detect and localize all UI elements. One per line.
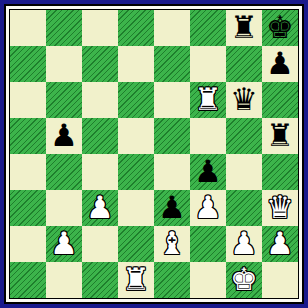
black-pawn[interactable]: ♟ [194,154,222,189]
square-h5[interactable]: ♜ [262,118,298,154]
square-h7[interactable]: ♟ [262,46,298,82]
square-c8[interactable] [82,10,118,46]
black-pawn[interactable]: ♟ [266,46,294,81]
square-g8[interactable]: ♜ [226,10,262,46]
square-a2[interactable] [10,226,46,262]
black-pawn[interactable]: ♟ [50,118,78,153]
square-f8[interactable] [190,10,226,46]
white-pawn[interactable]: ♟ [50,226,78,261]
white-pawn[interactable]: ♟ [230,226,258,261]
square-b4[interactable] [46,154,82,190]
square-d8[interactable] [118,10,154,46]
black-rook[interactable]: ♜ [266,118,294,153]
white-rook[interactable]: ♜ [122,262,150,297]
square-h8[interactable]: ♚ [262,10,298,46]
square-g5[interactable] [226,118,262,154]
square-b5[interactable]: ♟ [46,118,82,154]
square-h3[interactable]: ♛ [262,190,298,226]
square-c6[interactable] [82,82,118,118]
square-f6[interactable]: ♜ [190,82,226,118]
square-c7[interactable] [82,46,118,82]
square-c1[interactable] [82,262,118,298]
white-pawn[interactable]: ♟ [86,190,114,225]
square-d6[interactable] [118,82,154,118]
square-a7[interactable] [10,46,46,82]
square-g3[interactable] [226,190,262,226]
square-a3[interactable] [10,190,46,226]
square-d1[interactable]: ♜ [118,262,154,298]
square-e5[interactable] [154,118,190,154]
black-king[interactable]: ♚ [266,10,294,45]
square-g1[interactable]: ♚ [226,262,262,298]
square-e2[interactable]: ♝ [154,226,190,262]
square-h2[interactable]: ♟ [262,226,298,262]
square-g6[interactable]: ♛ [226,82,262,118]
square-c3[interactable]: ♟ [82,190,118,226]
square-g2[interactable]: ♟ [226,226,262,262]
black-queen[interactable]: ♛ [230,82,258,117]
square-a6[interactable] [10,82,46,118]
square-c5[interactable] [82,118,118,154]
square-f2[interactable] [190,226,226,262]
square-e1[interactable] [154,262,190,298]
chess-board: ♜♚♟♜♛♟♜♟♟♟♟♛♟♝♟♟♜♚ [10,10,298,298]
square-h1[interactable] [262,262,298,298]
square-a1[interactable] [10,262,46,298]
square-g7[interactable] [226,46,262,82]
white-pawn[interactable]: ♟ [194,190,222,225]
square-b8[interactable] [46,10,82,46]
square-c2[interactable] [82,226,118,262]
square-f5[interactable] [190,118,226,154]
square-b2[interactable]: ♟ [46,226,82,262]
square-d4[interactable] [118,154,154,190]
square-g4[interactable] [226,154,262,190]
white-pawn[interactable]: ♟ [266,226,294,261]
square-f4[interactable]: ♟ [190,154,226,190]
square-d5[interactable] [118,118,154,154]
square-e8[interactable] [154,10,190,46]
square-b1[interactable] [46,262,82,298]
square-d7[interactable] [118,46,154,82]
black-rook[interactable]: ♜ [230,10,258,45]
square-d3[interactable] [118,190,154,226]
white-bishop[interactable]: ♝ [158,226,186,261]
white-queen[interactable]: ♛ [266,190,294,225]
square-b3[interactable] [46,190,82,226]
black-pawn[interactable]: ♟ [158,190,186,225]
square-f1[interactable] [190,262,226,298]
square-e7[interactable] [154,46,190,82]
square-a8[interactable] [10,10,46,46]
square-b7[interactable] [46,46,82,82]
square-d2[interactable] [118,226,154,262]
square-a4[interactable] [10,154,46,190]
square-a5[interactable] [10,118,46,154]
square-h6[interactable] [262,82,298,118]
square-c4[interactable] [82,154,118,190]
square-b6[interactable] [46,82,82,118]
square-e4[interactable] [154,154,190,190]
square-f7[interactable] [190,46,226,82]
white-rook[interactable]: ♜ [194,82,222,117]
square-e3[interactable]: ♟ [154,190,190,226]
square-h4[interactable] [262,154,298,190]
white-king[interactable]: ♚ [230,262,258,297]
square-f3[interactable]: ♟ [190,190,226,226]
square-e6[interactable] [154,82,190,118]
